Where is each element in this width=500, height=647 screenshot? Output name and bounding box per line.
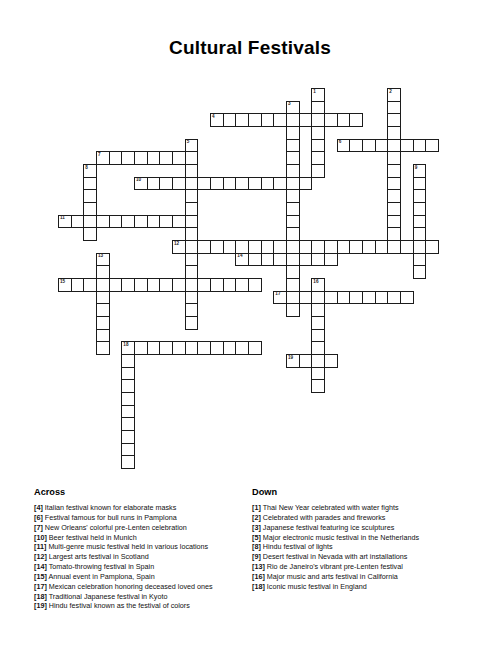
grid-cell[interactable] <box>324 253 338 267</box>
grid-cell[interactable] <box>121 443 135 457</box>
grid-cell[interactable] <box>311 379 325 393</box>
cell-number: 3 <box>288 102 291 107</box>
grid-cell[interactable] <box>362 240 376 254</box>
clue-item: [3] Japanese festival featuring ice scul… <box>252 523 468 533</box>
grid-cell[interactable] <box>349 291 363 305</box>
grid-cell[interactable] <box>299 354 313 368</box>
grid-cell[interactable] <box>387 164 401 178</box>
cell-number: 5 <box>187 140 190 145</box>
grid-cell[interactable]: 14 <box>235 253 249 267</box>
grid-cell[interactable] <box>134 215 148 229</box>
grid-cell[interactable] <box>210 240 224 254</box>
grid-cell[interactable] <box>337 291 351 305</box>
clue-number-label: [15] <box>34 572 47 581</box>
cell-number: 13 <box>98 254 103 259</box>
clue-item: [1] Thai New Year celebrated with water … <box>252 503 468 513</box>
grid-cell[interactable] <box>185 151 199 165</box>
grid-cell[interactable] <box>185 265 199 279</box>
grid-cell[interactable]: 7 <box>96 151 110 165</box>
grid-cell[interactable] <box>273 240 287 254</box>
crossword-grid: 12345678910111213141516171819 <box>58 88 439 469</box>
down-clue-list: [1] Thai New Year celebrated with water … <box>252 503 468 592</box>
cell-number: 11 <box>60 216 65 221</box>
grid-cell[interactable] <box>286 227 300 241</box>
grid-cell[interactable] <box>425 240 439 254</box>
grid-cell[interactable] <box>311 151 325 165</box>
grid-cell[interactable] <box>185 177 199 191</box>
grid-cell[interactable] <box>362 291 376 305</box>
grid-cell[interactable]: 17 <box>273 291 287 305</box>
grid-cell[interactable] <box>286 189 300 203</box>
grid-cell[interactable] <box>337 240 351 254</box>
grid-cell[interactable]: 19 <box>286 354 300 368</box>
grid-cell[interactable] <box>387 101 401 115</box>
grid-cell[interactable] <box>413 227 427 241</box>
grid-cell[interactable] <box>311 126 325 140</box>
grid-cell[interactable] <box>121 455 135 469</box>
clue-number-label: [17] <box>34 582 47 591</box>
grid-cell[interactable] <box>172 278 186 292</box>
grid-cell[interactable] <box>223 341 237 355</box>
grid-cell[interactable] <box>235 240 249 254</box>
clue-item: [8] Hindu festival of lights <box>252 542 468 552</box>
cell-number: 9 <box>415 166 418 171</box>
cell-number: 2 <box>389 90 392 95</box>
grid-cell[interactable] <box>248 240 262 254</box>
clue-item: [18] Iconic music festival in England <box>252 582 468 592</box>
grid-cell[interactable]: 2 <box>387 88 401 102</box>
grid-cell[interactable] <box>185 253 199 267</box>
clue-number-label: [18] <box>34 592 47 601</box>
grid-cell[interactable] <box>235 113 249 127</box>
grid-cell[interactable] <box>83 278 97 292</box>
grid-cell[interactable] <box>311 139 325 153</box>
grid-cell[interactable] <box>235 177 249 191</box>
clue-item: [9] Desert festival in Nevada with art i… <box>252 552 468 562</box>
clue-number-label: [14] <box>34 562 47 571</box>
grid-cell[interactable] <box>286 278 300 292</box>
grid-cell[interactable] <box>413 139 427 153</box>
clue-item: [7] New Orleans' colorful pre-Lenten cel… <box>34 523 250 533</box>
grid-cell[interactable] <box>286 139 300 153</box>
grid-cell[interactable] <box>109 278 123 292</box>
grid-cell[interactable] <box>96 341 110 355</box>
grid-cell[interactable]: 15 <box>58 278 72 292</box>
grid-cell[interactable]: 5 <box>185 139 199 153</box>
clue-number-label: [1] <box>252 503 261 512</box>
grid-cell[interactable] <box>121 278 135 292</box>
grid-cell[interactable] <box>375 240 389 254</box>
grid-cell[interactable] <box>400 291 414 305</box>
grid-cell[interactable] <box>96 291 110 305</box>
cell-number: 12 <box>174 242 179 247</box>
grid-cell[interactable] <box>235 278 249 292</box>
grid-cell[interactable] <box>121 367 135 381</box>
grid-cell[interactable] <box>147 177 161 191</box>
clue-item: [5] Major electronic music festival in t… <box>252 533 468 543</box>
grid-cell[interactable] <box>349 240 363 254</box>
grid-cell[interactable] <box>83 177 97 191</box>
clue-number-label: [19] <box>34 601 47 610</box>
clue-number-label: [5] <box>252 533 261 542</box>
grid-cell[interactable] <box>159 278 173 292</box>
grid-cell[interactable] <box>159 151 173 165</box>
grid-cell[interactable] <box>248 177 262 191</box>
clue-number-label: [16] <box>252 572 265 581</box>
grid-cell[interactable]: 16 <box>311 278 325 292</box>
grid-cell[interactable] <box>299 291 313 305</box>
grid-cell[interactable]: 3 <box>286 101 300 115</box>
grid-cell[interactable]: 8 <box>83 164 97 178</box>
grid-cell[interactable] <box>311 367 325 381</box>
grid-cell[interactable] <box>311 240 325 254</box>
grid-cell[interactable]: 18 <box>121 341 135 355</box>
grid-cell[interactable] <box>96 265 110 279</box>
grid-cell[interactable] <box>197 177 211 191</box>
grid-cell[interactable] <box>387 177 401 191</box>
grid-cell[interactable] <box>210 177 224 191</box>
grid-cell[interactable] <box>311 164 325 178</box>
grid-cell[interactable] <box>286 215 300 229</box>
cell-number: 19 <box>288 356 293 361</box>
grid-cell[interactable] <box>172 341 186 355</box>
cell-number: 7 <box>98 153 101 158</box>
grid-cell[interactable] <box>375 139 389 153</box>
grid-cell[interactable] <box>185 189 199 203</box>
grid-cell[interactable]: 11 <box>58 215 72 229</box>
grid-cell[interactable] <box>261 253 275 267</box>
clue-number-label: [2] <box>252 513 261 522</box>
clue-number-label: [18] <box>252 582 265 591</box>
grid-cell[interactable] <box>109 151 123 165</box>
clue-number-label: [4] <box>34 503 43 512</box>
grid-cell[interactable] <box>286 303 300 317</box>
grid-cell[interactable] <box>121 405 135 419</box>
grid-cell[interactable] <box>172 151 186 165</box>
clue-number-label: [7] <box>34 523 43 532</box>
grid-cell[interactable] <box>387 126 401 140</box>
grid-cell[interactable] <box>337 113 351 127</box>
grid-cell[interactable] <box>121 379 135 393</box>
grid-cell[interactable] <box>185 303 199 317</box>
grid-cell[interactable] <box>83 215 97 229</box>
grid-cell[interactable] <box>185 316 199 330</box>
grid-cell[interactable] <box>286 113 300 127</box>
cell-number: 16 <box>313 280 318 285</box>
grid-cell[interactable] <box>273 253 287 267</box>
grid-cell[interactable] <box>286 126 300 140</box>
grid-cell[interactable] <box>223 240 237 254</box>
grid-cell[interactable] <box>96 215 110 229</box>
grid-cell[interactable] <box>311 101 325 115</box>
grid-cell[interactable] <box>235 341 249 355</box>
grid-cell[interactable] <box>387 291 401 305</box>
cell-number: 15 <box>60 280 65 285</box>
grid-cell[interactable] <box>286 177 300 191</box>
grid-cell[interactable] <box>324 240 338 254</box>
grid-cell[interactable] <box>159 215 173 229</box>
grid-cell[interactable] <box>210 278 224 292</box>
grid-cell[interactable] <box>261 177 275 191</box>
grid-cell[interactable] <box>286 240 300 254</box>
grid-cell[interactable] <box>223 177 237 191</box>
grid-cell[interactable] <box>172 177 186 191</box>
grid-cell[interactable] <box>248 253 262 267</box>
grid-cell[interactable] <box>159 177 173 191</box>
grid-cell[interactable] <box>311 316 325 330</box>
grid-cell[interactable] <box>134 341 148 355</box>
grid-cell[interactable] <box>134 278 148 292</box>
clue-item: [18] Traditional Japanese festival in Ky… <box>34 592 250 602</box>
grid-cell[interactable] <box>311 341 325 355</box>
grid-cell[interactable]: 4 <box>210 113 224 127</box>
grid-cell[interactable] <box>185 341 199 355</box>
grid-cell[interactable] <box>185 227 199 241</box>
clue-number-label: [12] <box>34 552 47 561</box>
clue-number-label: [10] <box>34 533 47 542</box>
grid-cell[interactable] <box>261 240 275 254</box>
grid-cell[interactable] <box>387 240 401 254</box>
grid-cell[interactable] <box>413 215 427 229</box>
clue-item: [11] Multi-genre music festival held in … <box>34 542 250 552</box>
across-clue-list: [4] Italian festival known for elaborate… <box>34 503 250 611</box>
grid-cell[interactable] <box>413 253 427 267</box>
grid-cell[interactable] <box>286 164 300 178</box>
cell-number: 6 <box>339 140 342 145</box>
grid-cell[interactable] <box>324 113 338 127</box>
grid-cell[interactable] <box>324 291 338 305</box>
grid-cell[interactable] <box>413 240 427 254</box>
clue-item: [19] Hindu festival known as the festiva… <box>34 601 250 611</box>
clue-item: [12] Largest arts festival in Scotland <box>34 552 250 562</box>
clue-number-label: [6] <box>34 513 43 522</box>
grid-cell[interactable] <box>387 202 401 216</box>
clue-number-label: [13] <box>252 562 265 571</box>
clue-item: [17] Mexican celebration honoring deceas… <box>34 582 250 592</box>
clue-item: [2] Celebrated with parades and firework… <box>252 513 468 523</box>
clue-number-label: [9] <box>252 552 261 561</box>
grid-cell[interactable] <box>299 240 313 254</box>
grid-cell[interactable]: 1 <box>311 88 325 102</box>
grid-cell[interactable] <box>311 113 325 127</box>
grid-cell[interactable] <box>185 164 199 178</box>
grid-cell[interactable] <box>273 113 287 127</box>
grid-cell[interactable] <box>121 215 135 229</box>
grid-cell[interactable] <box>299 253 313 267</box>
grid-cell[interactable] <box>185 240 199 254</box>
grid-cell[interactable] <box>121 354 135 368</box>
grid-cell[interactable] <box>147 215 161 229</box>
grid-cell[interactable] <box>311 291 325 305</box>
grid-cell[interactable] <box>400 139 414 153</box>
grid-cell[interactable] <box>71 278 85 292</box>
clue-number-label: [3] <box>252 523 261 532</box>
clue-item: [14] Tomato-throwing festival in Spain <box>34 562 250 572</box>
grid-cell[interactable] <box>185 215 199 229</box>
clue-number-label: [11] <box>34 542 46 551</box>
cell-number: 1 <box>313 90 316 95</box>
grid-cell[interactable] <box>248 113 262 127</box>
grid-cell[interactable] <box>121 417 135 431</box>
clue-item: [16] Major music and arts festival in Ca… <box>252 572 468 582</box>
grid-cell[interactable] <box>413 265 427 279</box>
grid-cell[interactable] <box>83 227 97 241</box>
grid-cell[interactable] <box>362 139 376 153</box>
grid-cell[interactable] <box>387 215 401 229</box>
clue-item: [13] Rio de Janeiro's vibrant pre-Lenten… <box>252 562 468 572</box>
grid-cell[interactable] <box>197 341 211 355</box>
clue-item: [6] Festival famous for bull runs in Pam… <box>34 513 250 523</box>
grid-cell[interactable] <box>147 278 161 292</box>
grid-cell[interactable] <box>286 265 300 279</box>
cell-number: 4 <box>212 115 215 120</box>
clue-item: [10] Beer festival held in Munich <box>34 533 250 543</box>
clue-item: [4] Italian festival known for elaborate… <box>34 503 250 513</box>
grid-cell[interactable] <box>299 177 313 191</box>
grid-cell[interactable] <box>147 151 161 165</box>
grid-cell[interactable] <box>400 240 414 254</box>
grid-cell[interactable] <box>96 329 110 343</box>
grid-cell[interactable] <box>387 139 401 153</box>
grid-cell[interactable] <box>311 303 325 317</box>
grid-cell[interactable] <box>197 278 211 292</box>
grid-cell[interactable] <box>96 303 110 317</box>
grid-cell[interactable] <box>223 113 237 127</box>
grid-cell[interactable] <box>185 291 199 305</box>
grid-cell[interactable] <box>286 253 300 267</box>
grid-cell[interactable] <box>83 202 97 216</box>
grid-cell[interactable] <box>248 278 262 292</box>
cell-number: 17 <box>275 292 280 297</box>
grid-cell[interactable] <box>121 430 135 444</box>
grid-cell[interactable] <box>83 189 97 203</box>
across-heading: Across <box>34 487 250 497</box>
grid-cell[interactable] <box>96 316 110 330</box>
grid-cell[interactable] <box>147 341 161 355</box>
grid-cell[interactable]: 9 <box>413 164 427 178</box>
grid-cell[interactable] <box>311 354 325 368</box>
grid-cell[interactable] <box>109 215 123 229</box>
grid-cell[interactable]: 6 <box>337 139 351 153</box>
cell-number: 18 <box>123 343 128 348</box>
grid-cell[interactable] <box>387 227 401 241</box>
down-clues-section: Down [1] Thai New Year celebrated with w… <box>252 487 468 592</box>
cell-number: 10 <box>136 178 141 183</box>
grid-cell[interactable] <box>197 240 211 254</box>
grid-cell[interactable] <box>286 291 300 305</box>
grid-cell[interactable] <box>185 202 199 216</box>
down-heading: Down <box>252 487 468 497</box>
grid-cell[interactable] <box>185 278 199 292</box>
grid-cell[interactable] <box>286 151 300 165</box>
cell-number: 8 <box>85 166 88 171</box>
across-clues-section: Across [4] Italian festival known for el… <box>34 487 250 611</box>
grid-cell[interactable] <box>375 291 389 305</box>
grid-cell[interactable] <box>349 113 363 127</box>
grid-cell[interactable] <box>273 177 287 191</box>
grid-cell[interactable] <box>413 177 427 191</box>
clue-number-label: [8] <box>252 542 261 551</box>
cell-number: 14 <box>237 254 242 259</box>
grid-cell[interactable] <box>413 189 427 203</box>
grid-cell[interactable] <box>261 113 275 127</box>
grid-cell[interactable] <box>71 215 85 229</box>
grid-cell[interactable] <box>210 341 224 355</box>
grid-cell[interactable] <box>387 151 401 165</box>
grid-cell[interactable]: 10 <box>134 177 148 191</box>
grid-cell[interactable] <box>159 341 173 355</box>
grid-cell[interactable] <box>172 215 186 229</box>
grid-cell[interactable] <box>223 278 237 292</box>
grid-cell[interactable] <box>324 354 338 368</box>
grid-cell[interactable] <box>248 341 262 355</box>
grid-cell[interactable] <box>311 329 325 343</box>
grid-cell[interactable] <box>311 253 325 267</box>
grid-cell[interactable] <box>96 278 110 292</box>
grid-cell[interactable] <box>299 113 313 127</box>
grid-cell[interactable]: 12 <box>172 240 186 254</box>
grid-cell[interactable] <box>387 113 401 127</box>
grid-cell[interactable] <box>286 202 300 216</box>
clue-item: [15] Annual event in Pamplona, Spain <box>34 572 250 582</box>
page-title: Cultural Festivals <box>0 37 500 59</box>
grid-cell[interactable] <box>425 139 439 153</box>
grid-cell[interactable] <box>134 151 148 165</box>
grid-cell[interactable] <box>413 202 427 216</box>
grid-cell[interactable] <box>349 139 363 153</box>
grid-cell[interactable] <box>121 392 135 406</box>
grid-cell[interactable]: 13 <box>96 253 110 267</box>
grid-cell[interactable] <box>121 151 135 165</box>
grid-cell[interactable] <box>387 189 401 203</box>
